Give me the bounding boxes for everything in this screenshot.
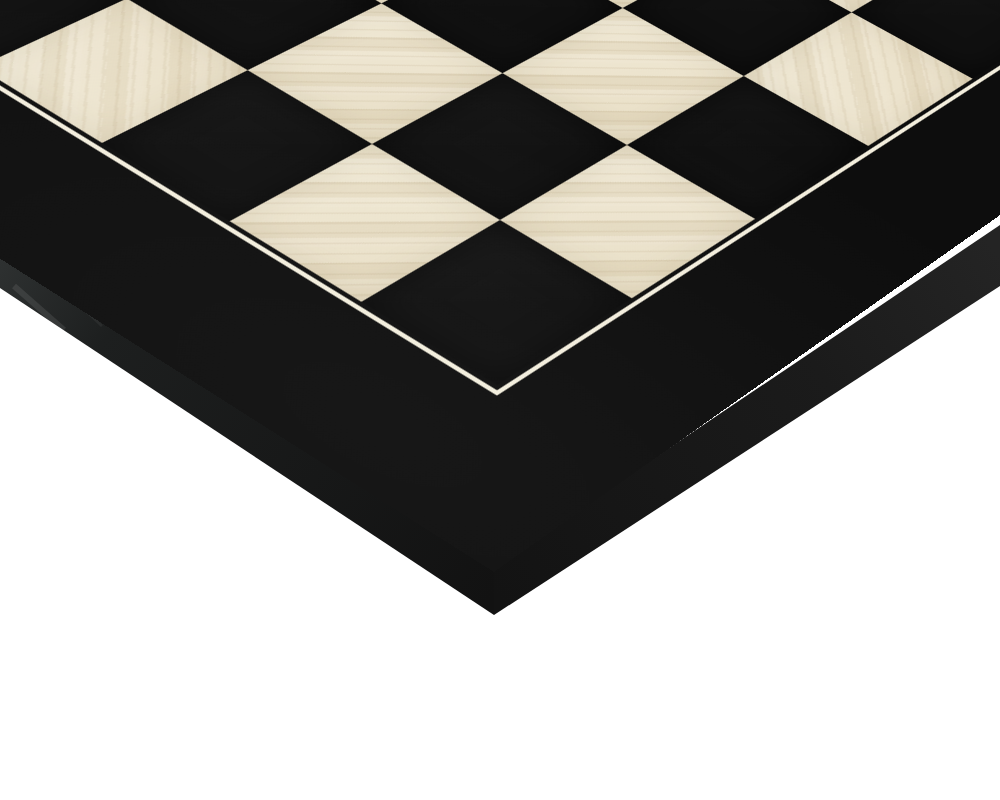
product-photo-stage: Close-up of the near corner of a gloss b…: [0, 0, 1000, 800]
